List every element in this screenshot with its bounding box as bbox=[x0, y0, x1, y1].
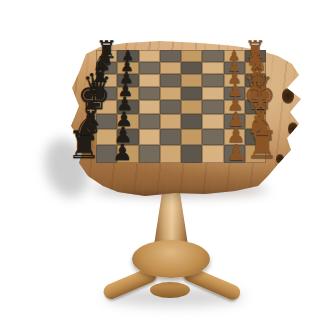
board-square[interactable] bbox=[202, 87, 223, 100]
board-square[interactable] bbox=[139, 87, 160, 100]
board-square[interactable] bbox=[139, 74, 160, 87]
board-square[interactable] bbox=[202, 145, 223, 163]
board-square[interactable] bbox=[139, 129, 160, 145]
board-square[interactable] bbox=[181, 74, 202, 87]
board-square[interactable] bbox=[139, 114, 160, 129]
board-square[interactable] bbox=[139, 62, 160, 74]
board-square[interactable] bbox=[139, 100, 160, 114]
wood-void bbox=[282, 88, 294, 104]
board-square[interactable] bbox=[160, 129, 181, 145]
board-square[interactable] bbox=[139, 50, 160, 62]
board-square[interactable] bbox=[181, 145, 202, 163]
board-square[interactable] bbox=[160, 87, 181, 100]
chess-table-photo: ♜♞♝♛♚♝♞♜♟♟♟♟♟♟♟♟♟♟♟♟♟♟♟♟♜♞♝♛♚♝♞♜ bbox=[0, 0, 332, 332]
board-square[interactable] bbox=[181, 114, 202, 129]
board-square[interactable] bbox=[181, 62, 202, 74]
piece-white-rook[interactable]: ♜ bbox=[245, 126, 279, 164]
piece-black-pawn[interactable]: ♟ bbox=[112, 141, 132, 163]
board-square[interactable] bbox=[181, 87, 202, 100]
board-square[interactable] bbox=[202, 114, 223, 129]
pedestal-hub bbox=[132, 240, 210, 278]
board-square[interactable] bbox=[160, 50, 181, 62]
pedestal-leg-front bbox=[150, 282, 190, 298]
board-square[interactable] bbox=[139, 145, 160, 163]
piece-black-rook[interactable]: ♜ bbox=[67, 126, 101, 164]
board-square[interactable] bbox=[160, 114, 181, 129]
board-square[interactable] bbox=[181, 50, 202, 62]
board-square[interactable] bbox=[181, 129, 202, 145]
board-square[interactable] bbox=[202, 50, 223, 62]
board-square[interactable] bbox=[202, 100, 223, 114]
board-square[interactable] bbox=[160, 100, 181, 114]
board-square[interactable] bbox=[181, 100, 202, 114]
board-square[interactable] bbox=[160, 74, 181, 87]
board-square[interactable] bbox=[160, 145, 181, 163]
board-square[interactable] bbox=[202, 74, 223, 87]
wood-void bbox=[288, 122, 298, 136]
board-square[interactable] bbox=[202, 129, 223, 145]
piece-white-pawn[interactable]: ♟ bbox=[226, 141, 246, 163]
board-square[interactable] bbox=[202, 62, 223, 74]
board-square[interactable] bbox=[160, 62, 181, 74]
